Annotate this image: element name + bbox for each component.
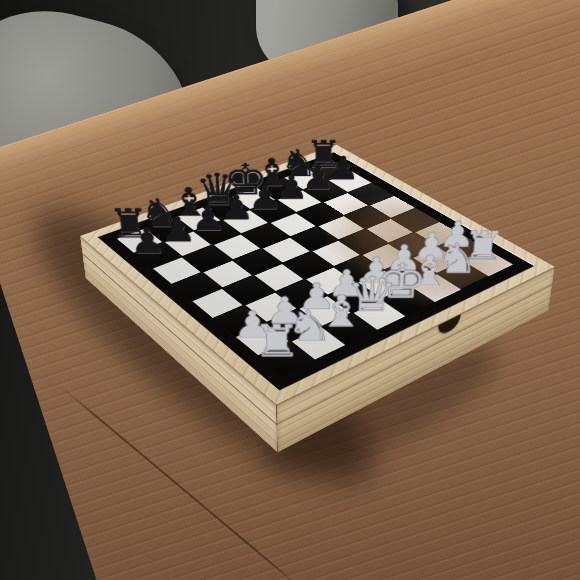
piece-white-r[interactable]: ♜: [249, 319, 304, 363]
piece-black-p[interactable]: ♟: [122, 223, 172, 258]
scene: ♜♟♟♜♞♟♟♞♝♟♟♝♚♟♟♚♛♟♟♛♝♟♟♝♞♟♟♞♜♟♟♜: [0, 0, 580, 580]
